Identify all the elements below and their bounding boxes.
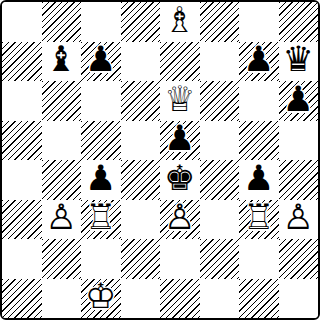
square-c3[interactable]: ♜♖ <box>81 200 121 240</box>
square-h8[interactable] <box>279 2 319 42</box>
square-b1[interactable] <box>42 279 82 319</box>
square-b3[interactable]: ♟♙ <box>42 200 82 240</box>
square-d1[interactable] <box>121 279 161 319</box>
square-h6[interactable]: ♟♟ <box>279 81 319 121</box>
square-d4[interactable] <box>121 160 161 200</box>
black-queen: ♛♛ <box>279 42 319 82</box>
square-c8[interactable] <box>81 2 121 42</box>
square-h2[interactable] <box>279 239 319 279</box>
white-rook: ♜♖ <box>239 200 279 240</box>
square-f6[interactable] <box>200 81 240 121</box>
square-e4[interactable]: ♚♚ <box>160 160 200 200</box>
square-h7[interactable]: ♛♛ <box>279 42 319 82</box>
square-g4[interactable]: ♟♟ <box>239 160 279 200</box>
square-a5[interactable] <box>2 121 42 161</box>
white-pawn: ♟♙ <box>279 200 319 240</box>
black-pawn: ♟♟ <box>239 42 279 82</box>
square-f1[interactable] <box>200 279 240 319</box>
square-d7[interactable] <box>121 42 161 82</box>
square-a4[interactable] <box>2 160 42 200</box>
square-d6[interactable] <box>121 81 161 121</box>
square-e7[interactable] <box>160 42 200 82</box>
square-e1[interactable] <box>160 279 200 319</box>
square-a6[interactable] <box>2 81 42 121</box>
square-b2[interactable] <box>42 239 82 279</box>
black-bishop: ♝♝ <box>42 42 82 82</box>
black-pawn: ♟♟ <box>239 160 279 200</box>
black-pawn: ♟♟ <box>279 81 319 121</box>
white-pawn: ♟♙ <box>160 200 200 240</box>
square-a3[interactable] <box>2 200 42 240</box>
square-a1[interactable] <box>2 279 42 319</box>
square-d2[interactable] <box>121 239 161 279</box>
square-g1[interactable] <box>239 279 279 319</box>
square-c5[interactable] <box>81 121 121 161</box>
square-c1[interactable]: ♚♔ <box>81 279 121 319</box>
square-g8[interactable] <box>239 2 279 42</box>
white-king: ♚♔ <box>81 279 121 319</box>
square-e6[interactable]: ♛♕ <box>160 81 200 121</box>
square-b5[interactable] <box>42 121 82 161</box>
square-c2[interactable] <box>81 239 121 279</box>
square-h4[interactable] <box>279 160 319 200</box>
black-pawn: ♟♟ <box>160 121 200 161</box>
square-d3[interactable] <box>121 200 161 240</box>
white-bishop: ♝♗ <box>160 2 200 42</box>
square-e8[interactable]: ♝♗ <box>160 2 200 42</box>
square-h1[interactable] <box>279 279 319 319</box>
black-pawn: ♟♟ <box>81 42 121 82</box>
square-h5[interactable] <box>279 121 319 161</box>
black-king: ♚♚ <box>160 160 200 200</box>
square-b4[interactable] <box>42 160 82 200</box>
black-pawn: ♟♟ <box>81 160 121 200</box>
square-b8[interactable] <box>42 2 82 42</box>
square-a2[interactable] <box>2 239 42 279</box>
square-g5[interactable] <box>239 121 279 161</box>
white-rook: ♜♖ <box>81 200 121 240</box>
white-queen: ♛♕ <box>160 81 200 121</box>
square-e5[interactable]: ♟♟ <box>160 121 200 161</box>
square-d8[interactable] <box>121 2 161 42</box>
square-f7[interactable] <box>200 42 240 82</box>
square-g3[interactable]: ♜♖ <box>239 200 279 240</box>
square-a7[interactable] <box>2 42 42 82</box>
square-f2[interactable] <box>200 239 240 279</box>
square-f8[interactable] <box>200 2 240 42</box>
white-pawn: ♟♙ <box>42 200 82 240</box>
square-c4[interactable]: ♟♟ <box>81 160 121 200</box>
chess-board: ♝♗♝♝♟♟♟♟♛♛♛♕♟♟♟♟♟♟♚♚♟♟♟♙♜♖♟♙♜♖♟♙♚♔ <box>0 0 320 320</box>
square-h3[interactable]: ♟♙ <box>279 200 319 240</box>
square-f5[interactable] <box>200 121 240 161</box>
square-d5[interactable] <box>121 121 161 161</box>
square-b6[interactable] <box>42 81 82 121</box>
square-e3[interactable]: ♟♙ <box>160 200 200 240</box>
square-g2[interactable] <box>239 239 279 279</box>
square-g7[interactable]: ♟♟ <box>239 42 279 82</box>
square-f4[interactable] <box>200 160 240 200</box>
square-a8[interactable] <box>2 2 42 42</box>
square-b7[interactable]: ♝♝ <box>42 42 82 82</box>
square-c6[interactable] <box>81 81 121 121</box>
square-e2[interactable] <box>160 239 200 279</box>
square-c7[interactable]: ♟♟ <box>81 42 121 82</box>
square-g6[interactable] <box>239 81 279 121</box>
square-f3[interactable] <box>200 200 240 240</box>
